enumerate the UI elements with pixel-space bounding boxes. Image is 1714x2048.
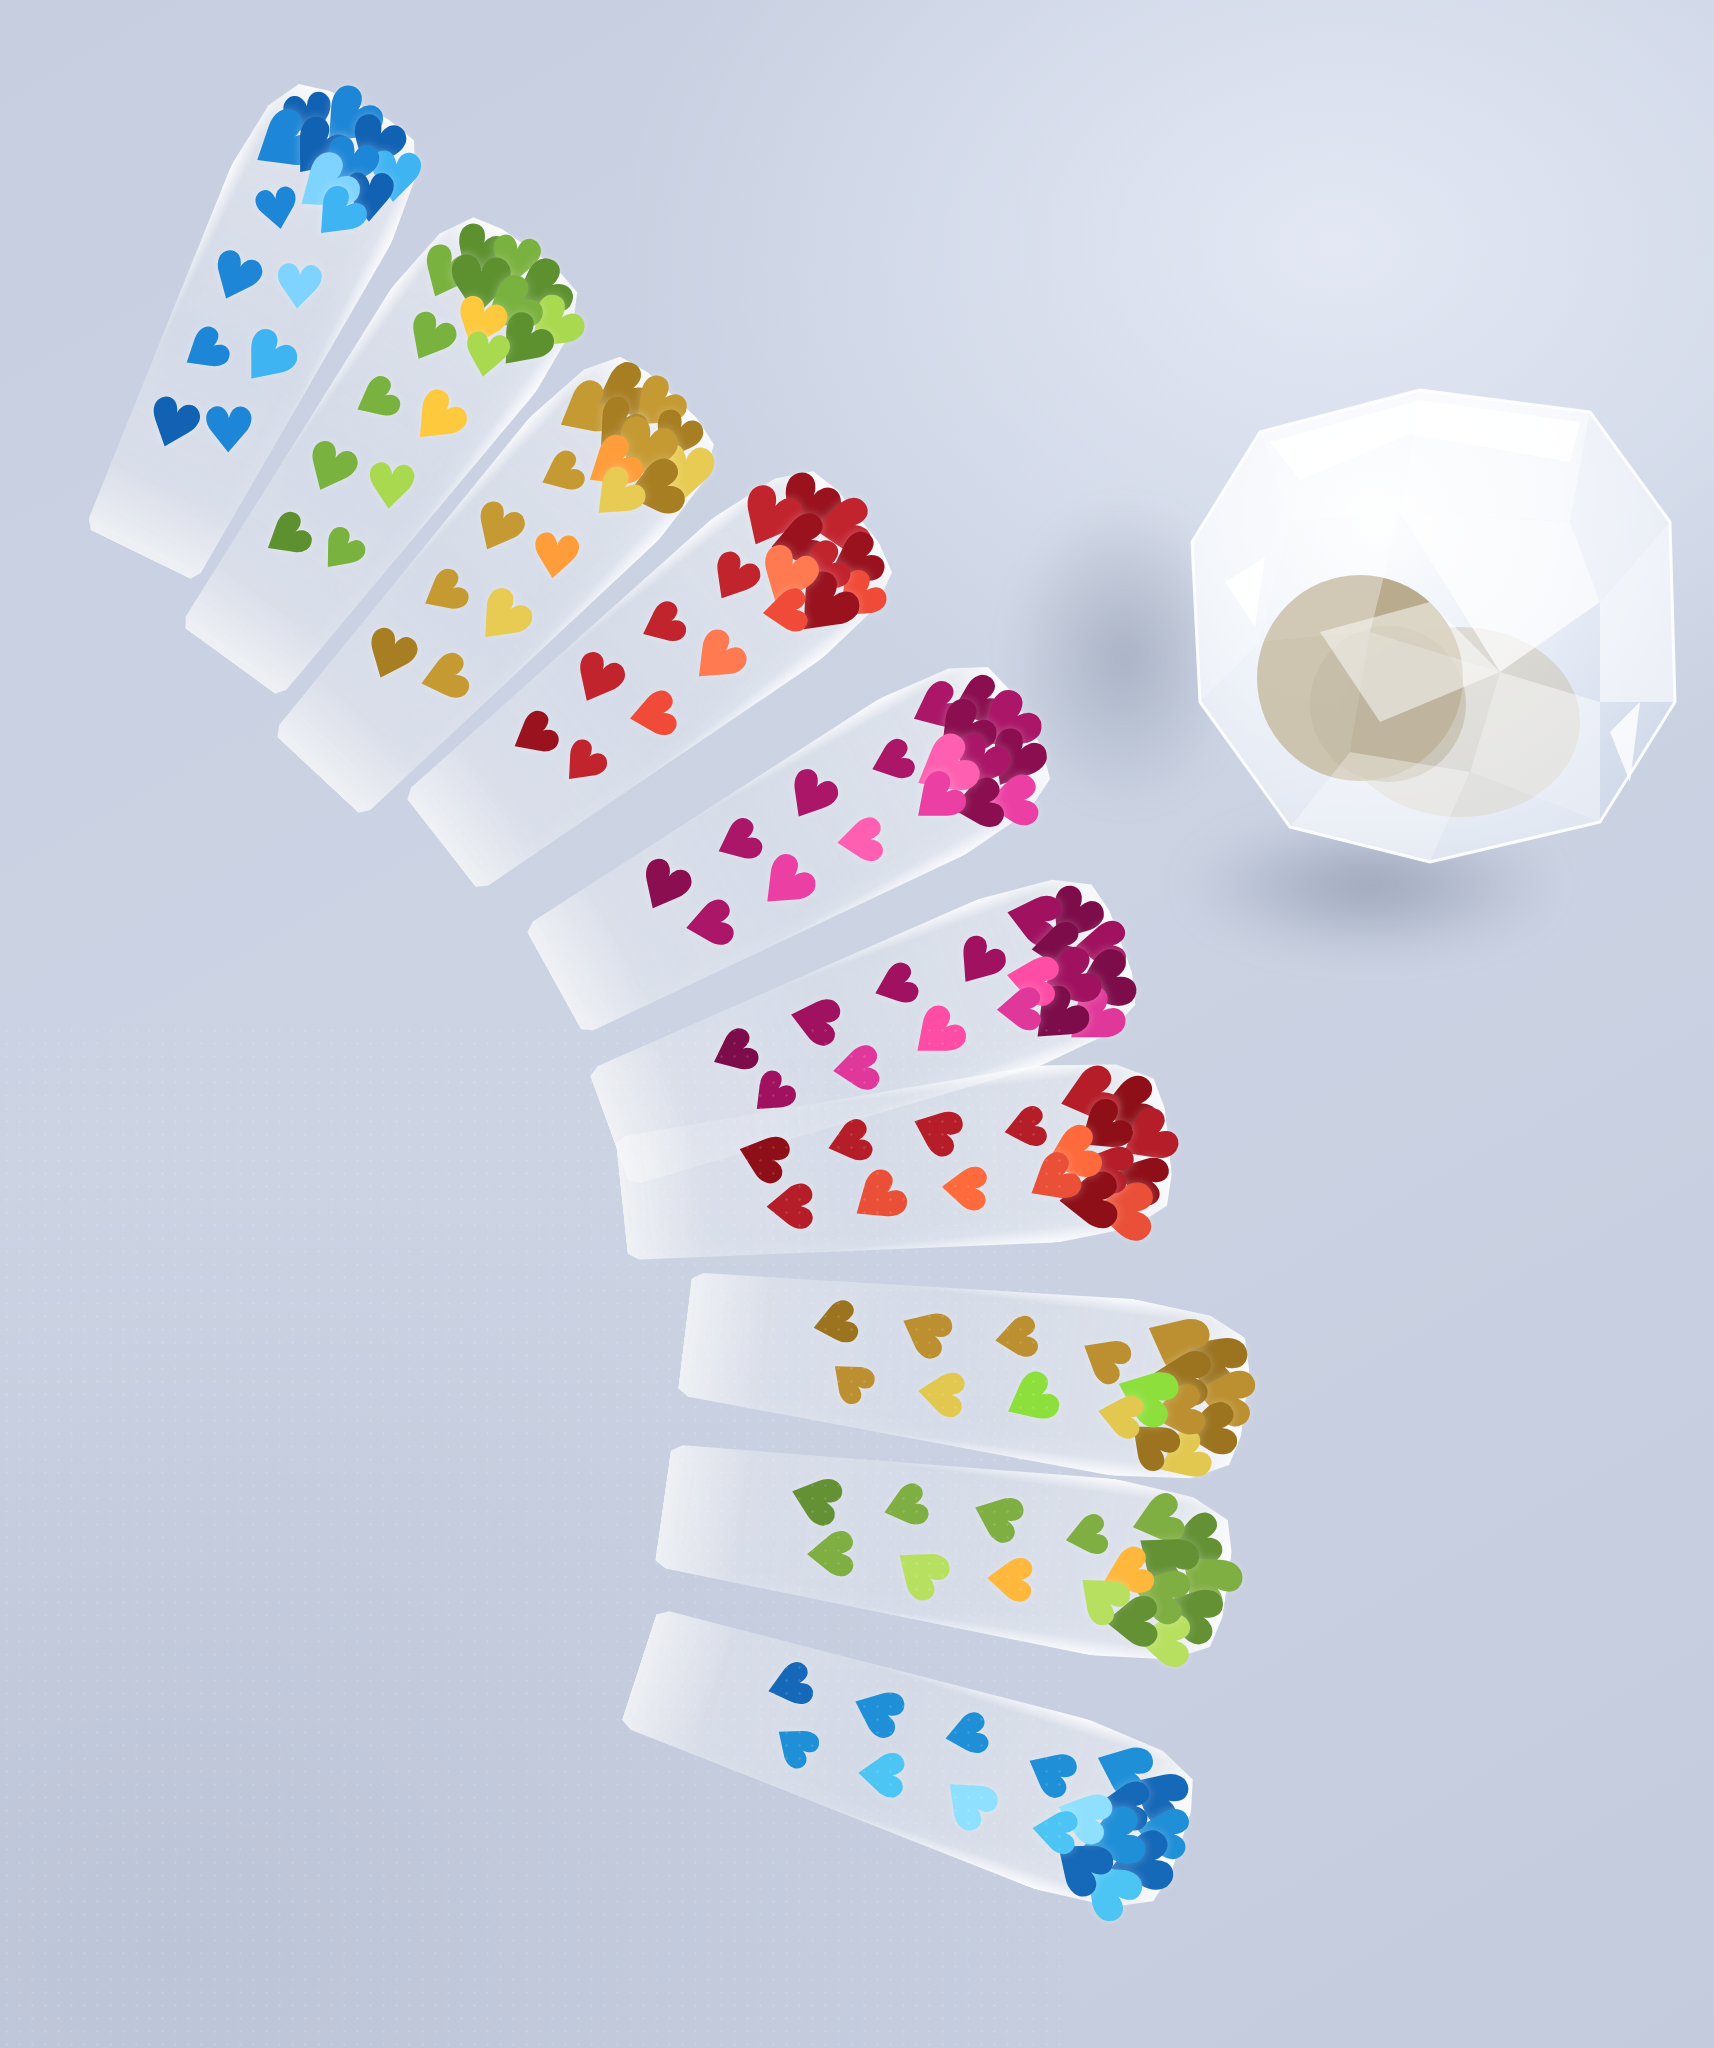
heart-glitter: ♥ — [752, 581, 817, 641]
heart-glitter: ♥ — [800, 1291, 869, 1355]
heart-glitter: ♥ — [615, 683, 686, 749]
heart-glitter: ♥ — [826, 810, 892, 871]
heart-glitter: ♥ — [982, 1309, 1046, 1368]
heart-glitter: ♥ — [797, 1525, 861, 1583]
photo-scene: ♥♥♥♥♥♥♥♥♥♥♥♥♥♥♥♥♥♥♥♥♥♥♥♥♥♥♥♥♥♥♥♥♥♥♥♥♥♥♥♥… — [0, 0, 1714, 2048]
heart-glitter: ♥ — [672, 891, 744, 958]
heart-glitter: ♥ — [269, 254, 329, 320]
heart-glitter: ♥ — [756, 1177, 820, 1235]
heart-glitter: ♥ — [931, 1159, 995, 1217]
heart-glitter: ♥ — [524, 522, 587, 590]
heart-glitter: ♥ — [1084, 1383, 1153, 1447]
heart-glitter: ♥ — [987, 982, 1049, 1038]
heart-glitter: ♥ — [977, 1550, 1041, 1608]
heart-glitter: ♥ — [455, 322, 518, 390]
heart-glitter: ♥ — [905, 1362, 973, 1425]
heart-glitter: ♥ — [847, 1745, 913, 1805]
heart-glitter: ♥ — [200, 399, 258, 463]
heart-glitter: ♥ — [1020, 1801, 1087, 1863]
crystal-jar-graphic — [1170, 372, 1690, 868]
crystal-jar — [1170, 372, 1690, 868]
heart-glitter: ♥ — [360, 454, 422, 521]
